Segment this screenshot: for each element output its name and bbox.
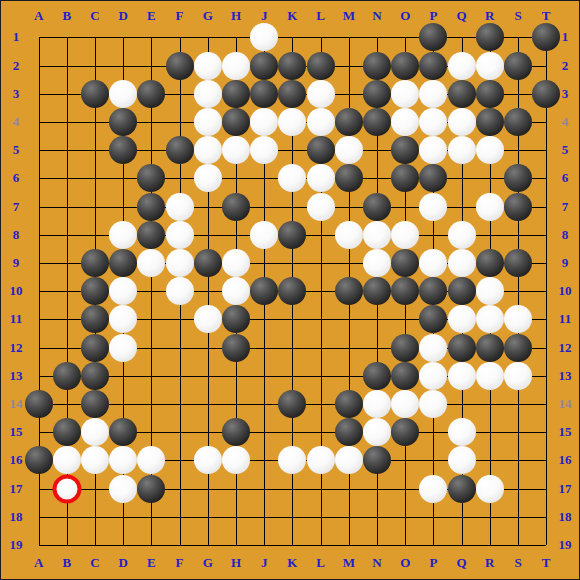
- black-stone-A14: [25, 390, 53, 418]
- black-stone-J2: [250, 52, 278, 80]
- white-stone-L7: [307, 193, 335, 221]
- grid-line: [39, 545, 547, 546]
- column-label-top: R: [485, 8, 494, 24]
- white-stone-P5: [419, 136, 447, 164]
- column-label-bottom: C: [90, 555, 99, 571]
- black-stone-F2: [166, 52, 194, 80]
- black-stone-C10: [81, 277, 109, 305]
- black-stone-O6: [391, 164, 419, 192]
- black-stone-C3: [81, 80, 109, 108]
- column-label-bottom: F: [176, 555, 184, 571]
- white-stone-L4: [307, 108, 335, 136]
- row-label-left: 18: [10, 509, 23, 525]
- white-stone-R5: [476, 136, 504, 164]
- white-stone-G2: [194, 52, 222, 80]
- white-stone-E16: [137, 446, 165, 474]
- black-stone-R4: [476, 108, 504, 136]
- white-stone-O3: [391, 80, 419, 108]
- black-stone-Q12: [448, 334, 476, 362]
- white-stone-Q2: [448, 52, 476, 80]
- black-stone-H15: [222, 418, 250, 446]
- row-label-left: 3: [13, 86, 20, 102]
- row-label-right: 15: [559, 424, 572, 440]
- black-stone-O12: [391, 334, 419, 362]
- column-label-bottom: K: [287, 555, 297, 571]
- column-label-bottom: O: [400, 555, 410, 571]
- black-stone-G9: [194, 249, 222, 277]
- row-label-left: 17: [10, 481, 23, 497]
- white-stone-M5: [335, 136, 363, 164]
- column-label-bottom: E: [147, 555, 156, 571]
- black-stone-F5: [166, 136, 194, 164]
- white-stone-F9: [166, 249, 194, 277]
- column-label-top: N: [372, 8, 381, 24]
- black-stone-O13: [391, 362, 419, 390]
- white-stone-Q15: [448, 418, 476, 446]
- column-label-bottom: S: [514, 555, 521, 571]
- white-stone-K16: [278, 446, 306, 474]
- white-stone-R2: [476, 52, 504, 80]
- white-stone-S11: [504, 305, 532, 333]
- white-stone-C16: [81, 446, 109, 474]
- column-label-top: C: [90, 8, 99, 24]
- black-stone-K14: [278, 390, 306, 418]
- white-stone-H16: [222, 446, 250, 474]
- white-stone-Q16: [448, 446, 476, 474]
- white-stone-J1: [250, 23, 278, 51]
- row-label-left: 16: [10, 452, 23, 468]
- black-stone-M10: [335, 277, 363, 305]
- black-stone-N16: [363, 446, 391, 474]
- row-label-left: 2: [13, 58, 20, 74]
- white-stone-R10: [476, 277, 504, 305]
- black-stone-C11: [81, 305, 109, 333]
- column-label-top: P: [429, 8, 437, 24]
- white-stone-Q9: [448, 249, 476, 277]
- white-stone-P7: [419, 193, 447, 221]
- black-stone-N13: [363, 362, 391, 390]
- go-app-window: AABBCCDDEEFFGGHHJJKKLLMMNNOOPPQQRRSSTT11…: [0, 0, 580, 580]
- white-stone-P4: [419, 108, 447, 136]
- white-stone-H10: [222, 277, 250, 305]
- black-stone-S6: [504, 164, 532, 192]
- column-label-top: Q: [457, 8, 467, 24]
- column-label-top: H: [231, 8, 241, 24]
- column-label-bottom: T: [542, 555, 551, 571]
- black-stone-P10: [419, 277, 447, 305]
- black-stone-O15: [391, 418, 419, 446]
- white-stone-R7: [476, 193, 504, 221]
- column-label-bottom: R: [485, 555, 494, 571]
- black-stone-C13: [81, 362, 109, 390]
- white-stone-E9: [137, 249, 165, 277]
- column-label-bottom: Q: [457, 555, 467, 571]
- white-stone-M8: [335, 221, 363, 249]
- white-stone-Q13: [448, 362, 476, 390]
- black-stone-K2: [278, 52, 306, 80]
- row-label-left: 4: [13, 114, 20, 130]
- column-label-top: L: [316, 8, 325, 24]
- white-stone-J5: [250, 136, 278, 164]
- black-stone-M4: [335, 108, 363, 136]
- column-label-top: A: [34, 8, 43, 24]
- white-stone-N8: [363, 221, 391, 249]
- column-label-top: F: [176, 8, 184, 24]
- white-stone-O8: [391, 221, 419, 249]
- row-label-right: 17: [559, 481, 572, 497]
- white-stone-D17: [109, 475, 137, 503]
- grid-line: [546, 37, 547, 545]
- white-stone-H5: [222, 136, 250, 164]
- column-label-top: K: [287, 8, 297, 24]
- black-stone-T1: [532, 23, 560, 51]
- row-label-right: 7: [562, 199, 569, 215]
- black-stone-D9: [109, 249, 137, 277]
- black-stone-R1: [476, 23, 504, 51]
- white-stone-D10: [109, 277, 137, 305]
- white-stone-G3: [194, 80, 222, 108]
- row-label-left: 9: [13, 255, 20, 271]
- row-label-right: 16: [559, 452, 572, 468]
- black-stone-R3: [476, 80, 504, 108]
- black-stone-B15: [53, 418, 81, 446]
- white-stone-H2: [222, 52, 250, 80]
- column-label-top: M: [343, 8, 355, 24]
- black-stone-S7: [504, 193, 532, 221]
- row-label-left: 11: [10, 311, 22, 327]
- black-stone-R12: [476, 334, 504, 362]
- white-stone-H9: [222, 249, 250, 277]
- row-label-right: 6: [562, 170, 569, 186]
- go-board[interactable]: AABBCCDDEEFFGGHHJJKKLLMMNNOOPPQQRRSSTT11…: [0, 0, 580, 580]
- black-stone-N4: [363, 108, 391, 136]
- column-label-bottom: P: [429, 555, 437, 571]
- black-stone-S2: [504, 52, 532, 80]
- column-label-top: D: [118, 8, 127, 24]
- row-label-right: 11: [559, 311, 571, 327]
- white-stone-K4: [278, 108, 306, 136]
- black-stone-Q10: [448, 277, 476, 305]
- white-stone-S13: [504, 362, 532, 390]
- white-stone-D16: [109, 446, 137, 474]
- white-stone-D3: [109, 80, 137, 108]
- black-stone-E6: [137, 164, 165, 192]
- column-label-top: J: [261, 8, 268, 24]
- black-stone-P11: [419, 305, 447, 333]
- white-stone-G16: [194, 446, 222, 474]
- black-stone-K8: [278, 221, 306, 249]
- black-stone-C14: [81, 390, 109, 418]
- black-stone-K3: [278, 80, 306, 108]
- black-stone-E8: [137, 221, 165, 249]
- white-stone-F10: [166, 277, 194, 305]
- white-stone-Q8: [448, 221, 476, 249]
- black-stone-O10: [391, 277, 419, 305]
- white-stone-B16: [53, 446, 81, 474]
- row-label-right: 12: [559, 340, 572, 356]
- black-stone-N7: [363, 193, 391, 221]
- white-stone-F7: [166, 193, 194, 221]
- black-stone-J10: [250, 277, 278, 305]
- white-stone-N9: [363, 249, 391, 277]
- black-stone-T3: [532, 80, 560, 108]
- white-stone-P17: [419, 475, 447, 503]
- black-stone-C9: [81, 249, 109, 277]
- white-stone-M16: [335, 446, 363, 474]
- white-stone-D11: [109, 305, 137, 333]
- black-stone-N2: [363, 52, 391, 80]
- white-stone-P12: [419, 334, 447, 362]
- black-stone-E7: [137, 193, 165, 221]
- white-stone-O14: [391, 390, 419, 418]
- white-stone-P13: [419, 362, 447, 390]
- black-stone-M6: [335, 164, 363, 192]
- row-label-left: 1: [13, 29, 20, 45]
- white-stone-L6: [307, 164, 335, 192]
- row-label-right: 1: [562, 29, 569, 45]
- white-stone-Q11: [448, 305, 476, 333]
- row-label-left: 12: [10, 340, 23, 356]
- last-move-marker: [52, 474, 81, 503]
- row-label-right: 19: [559, 537, 572, 553]
- column-label-top: B: [62, 8, 71, 24]
- black-stone-L2: [307, 52, 335, 80]
- black-stone-D15: [109, 418, 137, 446]
- black-stone-Q17: [448, 475, 476, 503]
- black-stone-N3: [363, 80, 391, 108]
- row-label-right: 2: [562, 58, 569, 74]
- column-label-top: G: [203, 8, 213, 24]
- black-stone-K10: [278, 277, 306, 305]
- row-label-right: 3: [562, 86, 569, 102]
- white-stone-D12: [109, 334, 137, 362]
- black-stone-L5: [307, 136, 335, 164]
- white-stone-R13: [476, 362, 504, 390]
- white-stone-K6: [278, 164, 306, 192]
- row-label-left: 10: [10, 283, 23, 299]
- white-stone-P9: [419, 249, 447, 277]
- black-stone-E17: [137, 475, 165, 503]
- black-stone-S4: [504, 108, 532, 136]
- black-stone-S9: [504, 249, 532, 277]
- grid-line: [39, 517, 547, 518]
- white-stone-N15: [363, 418, 391, 446]
- black-stone-H11: [222, 305, 250, 333]
- row-label-right: 18: [559, 509, 572, 525]
- row-label-left: 5: [13, 142, 20, 158]
- black-stone-M15: [335, 418, 363, 446]
- row-label-left: 8: [13, 227, 20, 243]
- black-stone-D5: [109, 136, 137, 164]
- black-stone-B13: [53, 362, 81, 390]
- black-stone-O5: [391, 136, 419, 164]
- black-stone-E3: [137, 80, 165, 108]
- column-label-bottom: N: [372, 555, 381, 571]
- white-stone-G4: [194, 108, 222, 136]
- black-stone-N10: [363, 277, 391, 305]
- white-stone-D8: [109, 221, 137, 249]
- column-label-bottom: D: [118, 555, 127, 571]
- white-stone-Q5: [448, 136, 476, 164]
- white-stone-P14: [419, 390, 447, 418]
- white-stone-N14: [363, 390, 391, 418]
- row-label-right: 13: [559, 368, 572, 384]
- black-stone-D4: [109, 108, 137, 136]
- column-label-top: S: [514, 8, 521, 24]
- column-label-top: E: [147, 8, 156, 24]
- black-stone-J3: [250, 80, 278, 108]
- white-stone-R11: [476, 305, 504, 333]
- row-label-left: 19: [10, 537, 23, 553]
- row-label-left: 15: [10, 424, 23, 440]
- black-stone-H12: [222, 334, 250, 362]
- row-label-left: 6: [13, 170, 20, 186]
- column-label-bottom: B: [62, 555, 71, 571]
- row-label-left: 14: [10, 396, 23, 412]
- row-label-right: 9: [562, 255, 569, 271]
- column-label-bottom: L: [316, 555, 325, 571]
- black-stone-H7: [222, 193, 250, 221]
- black-stone-H4: [222, 108, 250, 136]
- white-stone-J8: [250, 221, 278, 249]
- black-stone-P6: [419, 164, 447, 192]
- column-label-bottom: M: [343, 555, 355, 571]
- black-stone-P1: [419, 23, 447, 51]
- black-stone-A16: [25, 446, 53, 474]
- column-label-bottom: A: [34, 555, 43, 571]
- row-label-left: 13: [10, 368, 23, 384]
- black-stone-P2: [419, 52, 447, 80]
- white-stone-O4: [391, 108, 419, 136]
- white-stone-R17: [476, 475, 504, 503]
- column-label-bottom: G: [203, 555, 213, 571]
- black-stone-O2: [391, 52, 419, 80]
- white-stone-G11: [194, 305, 222, 333]
- row-label-right: 8: [562, 227, 569, 243]
- row-label-right: 5: [562, 142, 569, 158]
- column-label-top: T: [542, 8, 551, 24]
- white-stone-G6: [194, 164, 222, 192]
- white-stone-L16: [307, 446, 335, 474]
- column-label-top: O: [400, 8, 410, 24]
- white-stone-B17: [53, 475, 81, 503]
- black-stone-R9: [476, 249, 504, 277]
- black-stone-H3: [222, 80, 250, 108]
- row-label-right: 10: [559, 283, 572, 299]
- white-stone-P3: [419, 80, 447, 108]
- white-stone-J4: [250, 108, 278, 136]
- white-stone-G5: [194, 136, 222, 164]
- black-stone-O9: [391, 249, 419, 277]
- black-stone-Q3: [448, 80, 476, 108]
- row-label-right: 4: [562, 114, 569, 130]
- black-stone-S12: [504, 334, 532, 362]
- row-label-left: 7: [13, 199, 20, 215]
- white-stone-L3: [307, 80, 335, 108]
- column-label-bottom: J: [261, 555, 268, 571]
- black-stone-C12: [81, 334, 109, 362]
- column-label-bottom: H: [231, 555, 241, 571]
- white-stone-F8: [166, 221, 194, 249]
- white-stone-C15: [81, 418, 109, 446]
- black-stone-M14: [335, 390, 363, 418]
- row-label-right: 14: [559, 396, 572, 412]
- white-stone-Q4: [448, 108, 476, 136]
